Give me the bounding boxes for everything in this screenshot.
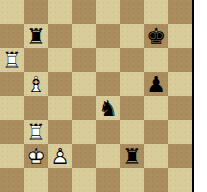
square-g3[interactable] <box>144 120 168 144</box>
square-b2[interactable]: ♚♔ <box>24 144 48 168</box>
square-a3[interactable] <box>0 120 24 144</box>
square-a7[interactable] <box>0 24 24 48</box>
square-g8[interactable] <box>144 0 168 24</box>
piece-black-rook[interactable]: ♜ <box>24 24 48 48</box>
square-c1[interactable] <box>48 168 72 192</box>
square-b4[interactable] <box>24 96 48 120</box>
square-d6[interactable] <box>72 48 96 72</box>
piece-black-king[interactable]: ♚ <box>144 24 168 48</box>
square-c8[interactable] <box>48 0 72 24</box>
piece-outline-glyph: ♖ <box>24 120 48 144</box>
square-f6[interactable] <box>120 48 144 72</box>
piece-outline-glyph: ♔ <box>24 144 48 168</box>
square-e6[interactable] <box>96 48 120 72</box>
square-h2[interactable] <box>168 144 192 168</box>
piece-black-rook[interactable]: ♜ <box>120 144 144 168</box>
square-a5[interactable] <box>0 72 24 96</box>
piece-outline-glyph: ♟ <box>144 72 168 96</box>
square-a2[interactable] <box>0 144 24 168</box>
square-c6[interactable] <box>48 48 72 72</box>
square-d7[interactable] <box>72 24 96 48</box>
square-e7[interactable] <box>96 24 120 48</box>
square-h7[interactable] <box>168 24 192 48</box>
piece-outline-glyph: ♞ <box>96 96 120 120</box>
square-b1[interactable] <box>24 168 48 192</box>
piece-white-bishop[interactable]: ♝♗ <box>24 72 48 96</box>
square-f4[interactable] <box>120 96 144 120</box>
chess-board: ♜♚♜♖♝♗♟♞♜♖♚♔♟♙♜ <box>0 0 194 192</box>
square-f2[interactable]: ♜ <box>120 144 144 168</box>
square-e8[interactable] <box>96 0 120 24</box>
square-a6[interactable]: ♜♖ <box>0 48 24 72</box>
square-h5[interactable] <box>168 72 192 96</box>
square-a4[interactable] <box>0 96 24 120</box>
square-b7[interactable]: ♜ <box>24 24 48 48</box>
square-e4[interactable]: ♞ <box>96 96 120 120</box>
piece-outline-glyph: ♜ <box>24 24 48 48</box>
piece-outline-glyph: ♗ <box>24 72 48 96</box>
square-e5[interactable] <box>96 72 120 96</box>
square-c3[interactable] <box>48 120 72 144</box>
square-b5[interactable]: ♝♗ <box>24 72 48 96</box>
square-c2[interactable]: ♟♙ <box>48 144 72 168</box>
square-g5[interactable]: ♟ <box>144 72 168 96</box>
square-c7[interactable] <box>48 24 72 48</box>
square-c5[interactable] <box>48 72 72 96</box>
square-h1[interactable] <box>168 168 192 192</box>
square-d3[interactable] <box>72 120 96 144</box>
square-e2[interactable] <box>96 144 120 168</box>
screenshot-root: ♜♚♜♖♝♗♟♞♜♖♚♔♟♙♜ <box>0 0 207 192</box>
square-g4[interactable] <box>144 96 168 120</box>
square-e3[interactable] <box>96 120 120 144</box>
square-h8[interactable] <box>168 0 192 24</box>
square-d5[interactable] <box>72 72 96 96</box>
square-f1[interactable] <box>120 168 144 192</box>
square-b8[interactable] <box>24 0 48 24</box>
piece-white-rook[interactable]: ♜♖ <box>24 120 48 144</box>
square-a8[interactable] <box>0 0 24 24</box>
square-g2[interactable] <box>144 144 168 168</box>
right-margin <box>194 0 207 192</box>
square-b3[interactable]: ♜♖ <box>24 120 48 144</box>
square-f8[interactable] <box>120 0 144 24</box>
piece-white-king[interactable]: ♚♔ <box>24 144 48 168</box>
piece-outline-glyph: ♚ <box>144 24 168 48</box>
square-f3[interactable] <box>120 120 144 144</box>
square-g1[interactable] <box>144 168 168 192</box>
piece-white-rook[interactable]: ♜♖ <box>0 48 24 72</box>
piece-outline-glyph: ♜ <box>120 144 144 168</box>
square-e1[interactable] <box>96 168 120 192</box>
square-c4[interactable] <box>48 96 72 120</box>
square-f7[interactable] <box>120 24 144 48</box>
piece-outline-glyph: ♙ <box>48 144 72 168</box>
square-h4[interactable] <box>168 96 192 120</box>
square-d1[interactable] <box>72 168 96 192</box>
piece-white-pawn[interactable]: ♟♙ <box>48 144 72 168</box>
piece-black-knight[interactable]: ♞ <box>96 96 120 120</box>
square-a1[interactable] <box>0 168 24 192</box>
square-b6[interactable] <box>24 48 48 72</box>
square-f5[interactable] <box>120 72 144 96</box>
square-d4[interactable] <box>72 96 96 120</box>
piece-black-pawn[interactable]: ♟ <box>144 72 168 96</box>
square-d2[interactable] <box>72 144 96 168</box>
square-h3[interactable] <box>168 120 192 144</box>
square-g6[interactable] <box>144 48 168 72</box>
piece-outline-glyph: ♖ <box>0 48 24 72</box>
square-g7[interactable]: ♚ <box>144 24 168 48</box>
square-h6[interactable] <box>168 48 192 72</box>
square-d8[interactable] <box>72 0 96 24</box>
